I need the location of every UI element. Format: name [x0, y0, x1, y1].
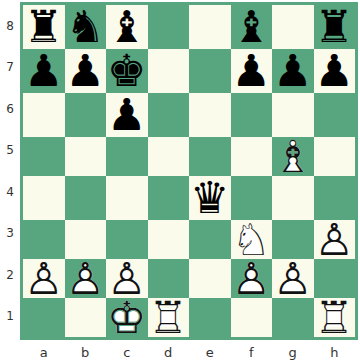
- square-e3[interactable]: [189, 220, 231, 259]
- square-b2[interactable]: ♟♙: [65, 259, 107, 298]
- file-label-c: c: [106, 341, 148, 363]
- square-c4[interactable]: [106, 176, 148, 220]
- rank-label-1: 1: [0, 296, 20, 338]
- square-g7[interactable]: ♟: [272, 49, 314, 93]
- square-e4[interactable]: ♛: [189, 176, 231, 220]
- white-piece-outline-glyph: ♔: [106, 298, 148, 337]
- square-c7[interactable]: ♚: [106, 49, 148, 93]
- square-d4[interactable]: [148, 176, 190, 220]
- square-e2[interactable]: [189, 259, 231, 298]
- white-piece-outline-glyph: ♙: [231, 259, 273, 298]
- piece-white-pawn-a2[interactable]: ♟♙: [23, 259, 65, 298]
- square-d3[interactable]: [148, 220, 190, 259]
- square-b4[interactable]: [65, 176, 107, 220]
- file-label-a: a: [23, 341, 65, 363]
- piece-black-pawn-b7[interactable]: ♟: [65, 49, 107, 93]
- piece-white-pawn-b2[interactable]: ♟♙: [65, 259, 107, 298]
- square-a4[interactable]: [23, 176, 65, 220]
- square-c8[interactable]: ♝: [106, 5, 148, 49]
- piece-black-pawn-f7[interactable]: ♟: [231, 49, 273, 93]
- square-g8[interactable]: [272, 5, 314, 49]
- file-label-g: g: [272, 341, 314, 363]
- piece-black-rook-h8[interactable]: ♜: [314, 5, 356, 49]
- piece-black-pawn-a7[interactable]: ♟: [23, 49, 65, 93]
- square-f1[interactable]: [231, 298, 273, 337]
- piece-black-rook-a8[interactable]: ♜: [23, 5, 65, 49]
- piece-white-pawn-h3[interactable]: ♟♙: [314, 220, 356, 259]
- square-e7[interactable]: [189, 49, 231, 93]
- square-a8[interactable]: ♜: [23, 5, 65, 49]
- rank-label-8: 8: [0, 5, 20, 47]
- rank-label-5: 5: [0, 130, 20, 172]
- piece-white-rook-h1[interactable]: ♜♖: [314, 298, 356, 337]
- white-piece-outline-glyph: ♖: [148, 298, 190, 337]
- square-h5[interactable]: [314, 137, 356, 176]
- square-d7[interactable]: [148, 49, 190, 93]
- square-f2[interactable]: ♟♙: [231, 259, 273, 298]
- file-label-d: d: [148, 341, 190, 363]
- square-e8[interactable]: [189, 5, 231, 49]
- chess-board-screenshot: 87654321 ♜♞♝♝♜♟♟♚♟♟♟♟♝♗♛♞♘♟♙♟♙♟♙♟♙♟♙♟♙♚♔…: [0, 0, 360, 364]
- rank-label-3: 3: [0, 213, 20, 255]
- piece-black-king-c7[interactable]: ♚: [106, 49, 148, 93]
- white-piece-outline-glyph: ♙: [23, 259, 65, 298]
- square-c6[interactable]: ♟: [106, 93, 148, 137]
- piece-black-pawn-c6[interactable]: ♟: [106, 93, 148, 137]
- rank-labels: 87654321: [0, 5, 20, 337]
- white-piece-outline-glyph: ♙: [314, 220, 356, 259]
- file-label-h: h: [314, 341, 356, 363]
- piece-black-knight-b8[interactable]: ♞: [65, 5, 107, 49]
- square-a2[interactable]: ♟♙: [23, 259, 65, 298]
- rank-label-2: 2: [0, 254, 20, 296]
- file-labels: abcdefgh: [23, 341, 355, 363]
- square-d1[interactable]: ♜♖: [148, 298, 190, 337]
- piece-white-rook-d1[interactable]: ♜♖: [148, 298, 190, 337]
- square-a5[interactable]: [23, 137, 65, 176]
- square-a6[interactable]: [23, 93, 65, 137]
- square-b8[interactable]: ♞: [65, 5, 107, 49]
- white-piece-outline-glyph: ♖: [314, 298, 356, 337]
- square-h1[interactable]: ♜♖: [314, 298, 356, 337]
- square-d8[interactable]: [148, 5, 190, 49]
- file-label-e: e: [189, 341, 231, 363]
- rank-label-7: 7: [0, 47, 20, 89]
- rank-label-4: 4: [0, 171, 20, 213]
- square-h3[interactable]: ♟♙: [314, 220, 356, 259]
- square-c5[interactable]: [106, 137, 148, 176]
- square-g2[interactable]: ♟♙: [272, 259, 314, 298]
- square-b6[interactable]: [65, 93, 107, 137]
- square-f7[interactable]: ♟: [231, 49, 273, 93]
- square-a7[interactable]: ♟: [23, 49, 65, 93]
- square-d5[interactable]: [148, 137, 190, 176]
- piece-black-queen-e4[interactable]: ♛: [189, 176, 231, 220]
- file-label-b: b: [65, 341, 107, 363]
- square-h6[interactable]: [314, 93, 356, 137]
- piece-black-bishop-c8[interactable]: ♝: [106, 5, 148, 49]
- square-d6[interactable]: [148, 93, 190, 137]
- square-b5[interactable]: [65, 137, 107, 176]
- square-a1[interactable]: [23, 298, 65, 337]
- square-c1[interactable]: ♚♔: [106, 298, 148, 337]
- board: ♜♞♝♝♜♟♟♚♟♟♟♟♝♗♛♞♘♟♙♟♙♟♙♟♙♟♙♟♙♚♔♜♖♜♖: [20, 2, 358, 340]
- piece-white-pawn-f2[interactable]: ♟♙: [231, 259, 273, 298]
- square-b1[interactable]: [65, 298, 107, 337]
- square-h7[interactable]: ♟: [314, 49, 356, 93]
- square-e5[interactable]: [189, 137, 231, 176]
- rank-label-6: 6: [0, 88, 20, 130]
- square-g1[interactable]: [272, 298, 314, 337]
- white-piece-outline-glyph: ♗: [272, 137, 314, 176]
- square-g5[interactable]: ♝♗: [272, 137, 314, 176]
- square-b7[interactable]: ♟: [65, 49, 107, 93]
- square-f8[interactable]: ♝: [231, 5, 273, 49]
- piece-white-king-c1[interactable]: ♚♔: [106, 298, 148, 337]
- square-f5[interactable]: [231, 137, 273, 176]
- piece-black-pawn-h7[interactable]: ♟: [314, 49, 356, 93]
- piece-black-pawn-g7[interactable]: ♟: [272, 49, 314, 93]
- square-g4[interactable]: [272, 176, 314, 220]
- square-e6[interactable]: [189, 93, 231, 137]
- file-label-f: f: [231, 341, 273, 363]
- square-h8[interactable]: ♜: [314, 5, 356, 49]
- square-e1[interactable]: [189, 298, 231, 337]
- piece-black-bishop-f8[interactable]: ♝: [231, 5, 273, 49]
- white-piece-outline-glyph: ♙: [272, 259, 314, 298]
- piece-white-bishop-g5[interactable]: ♝♗: [272, 137, 314, 176]
- square-f6[interactable]: [231, 93, 273, 137]
- piece-white-pawn-g2[interactable]: ♟♙: [272, 259, 314, 298]
- white-piece-outline-glyph: ♙: [65, 259, 107, 298]
